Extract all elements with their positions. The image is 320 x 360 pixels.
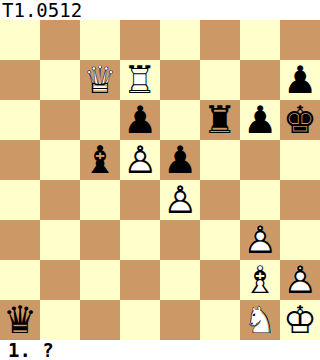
square-f6[interactable]: ♜ (200, 100, 240, 140)
chess-puzzle-window: T1.0512 ♛♕♜♖♟︎♟︎♜♟︎♚♝♟︎♙♟︎♟︎♙♟︎♙♝♗♟︎♙♛♞♘… (0, 0, 320, 360)
white-k-piece-fill: ♚ (280, 300, 320, 340)
square-e4[interactable]: ♟︎♙ (160, 180, 200, 220)
square-f3[interactable] (200, 220, 240, 260)
square-d3[interactable] (120, 220, 160, 260)
white-piece-d5: ♙ (120, 140, 160, 180)
square-g2[interactable]: ♝♗ (240, 260, 280, 300)
square-b3[interactable] (40, 220, 80, 260)
black-piece-a1: ♛ (0, 300, 40, 340)
square-a3[interactable] (0, 220, 40, 260)
white-piece-e4: ♙ (160, 180, 200, 220)
square-h1[interactable]: ♚♔ (280, 300, 320, 340)
square-a2[interactable] (0, 260, 40, 300)
square-b7[interactable] (40, 60, 80, 100)
square-c5[interactable]: ♝ (80, 140, 120, 180)
square-g6[interactable]: ♟︎ (240, 100, 280, 140)
square-a7[interactable] (0, 60, 40, 100)
white-piece-h1: ♔ (280, 300, 320, 340)
square-b1[interactable] (40, 300, 80, 340)
square-f7[interactable] (200, 60, 240, 100)
black-piece-f6: ♜ (200, 100, 240, 140)
square-e5[interactable]: ♟︎ (160, 140, 200, 180)
white-p-piece-fill: ♟︎ (160, 180, 200, 220)
square-c7[interactable]: ♛♕ (80, 60, 120, 100)
white-piece-g2: ♗ (240, 260, 280, 300)
square-c1[interactable] (80, 300, 120, 340)
square-f5[interactable] (200, 140, 240, 180)
square-h3[interactable] (280, 220, 320, 260)
square-f1[interactable] (200, 300, 240, 340)
square-h8[interactable] (280, 20, 320, 60)
square-h5[interactable] (280, 140, 320, 180)
square-c6[interactable] (80, 100, 120, 140)
black-piece-d6: ♟︎ (120, 100, 160, 140)
square-d4[interactable] (120, 180, 160, 220)
white-piece-h2: ♙ (280, 260, 320, 300)
puzzle-id: T1.0512 (2, 0, 82, 20)
square-h7[interactable]: ♟︎ (280, 60, 320, 100)
black-piece-g6: ♟︎ (240, 100, 280, 140)
square-c4[interactable] (80, 180, 120, 220)
white-piece-g3: ♙ (240, 220, 280, 260)
square-c2[interactable] (80, 260, 120, 300)
square-b8[interactable] (40, 20, 80, 60)
square-a1[interactable]: ♛ (0, 300, 40, 340)
square-c8[interactable] (80, 20, 120, 60)
square-e3[interactable] (160, 220, 200, 260)
square-b6[interactable] (40, 100, 80, 140)
white-r-piece-fill: ♜ (120, 60, 160, 100)
black-piece-e5: ♟︎ (160, 140, 200, 180)
black-piece-c5: ♝ (80, 140, 120, 180)
black-piece-h7: ♟︎ (280, 60, 320, 100)
white-piece-d7: ♖ (120, 60, 160, 100)
square-h6[interactable]: ♚ (280, 100, 320, 140)
square-e2[interactable] (160, 260, 200, 300)
square-h4[interactable] (280, 180, 320, 220)
square-b4[interactable] (40, 180, 80, 220)
square-b2[interactable] (40, 260, 80, 300)
square-g1[interactable]: ♞♘ (240, 300, 280, 340)
square-a8[interactable] (0, 20, 40, 60)
white-p-piece-fill: ♟︎ (240, 220, 280, 260)
square-e6[interactable] (160, 100, 200, 140)
square-d7[interactable]: ♜♖ (120, 60, 160, 100)
square-d5[interactable]: ♟︎♙ (120, 140, 160, 180)
square-d8[interactable] (120, 20, 160, 60)
chess-board: ♛♕♜♖♟︎♟︎♜♟︎♚♝♟︎♙♟︎♟︎♙♟︎♙♝♗♟︎♙♛♞♘♚♔ (0, 20, 320, 340)
square-c3[interactable] (80, 220, 120, 260)
square-g5[interactable] (240, 140, 280, 180)
square-d6[interactable]: ♟︎ (120, 100, 160, 140)
white-n-piece-fill: ♞ (240, 300, 280, 340)
square-f2[interactable] (200, 260, 240, 300)
square-a6[interactable] (0, 100, 40, 140)
square-a5[interactable] (0, 140, 40, 180)
white-piece-g1: ♘ (240, 300, 280, 340)
square-f8[interactable] (200, 20, 240, 60)
square-g7[interactable] (240, 60, 280, 100)
square-e7[interactable] (160, 60, 200, 100)
move-prompt: 1. ? (8, 340, 54, 360)
white-p-piece-fill: ♟︎ (280, 260, 320, 300)
square-h2[interactable]: ♟︎♙ (280, 260, 320, 300)
square-b5[interactable] (40, 140, 80, 180)
square-g3[interactable]: ♟︎♙ (240, 220, 280, 260)
square-d2[interactable] (120, 260, 160, 300)
square-f4[interactable] (200, 180, 240, 220)
white-q-piece-fill: ♛ (80, 60, 120, 100)
square-d1[interactable] (120, 300, 160, 340)
square-a4[interactable] (0, 180, 40, 220)
black-piece-h6: ♚ (280, 100, 320, 140)
square-e8[interactable] (160, 20, 200, 60)
square-e1[interactable] (160, 300, 200, 340)
white-b-piece-fill: ♝ (240, 260, 280, 300)
square-g4[interactable] (240, 180, 280, 220)
white-piece-c7: ♕ (80, 60, 120, 100)
white-p-piece-fill: ♟︎ (120, 140, 160, 180)
square-g8[interactable] (240, 20, 280, 60)
